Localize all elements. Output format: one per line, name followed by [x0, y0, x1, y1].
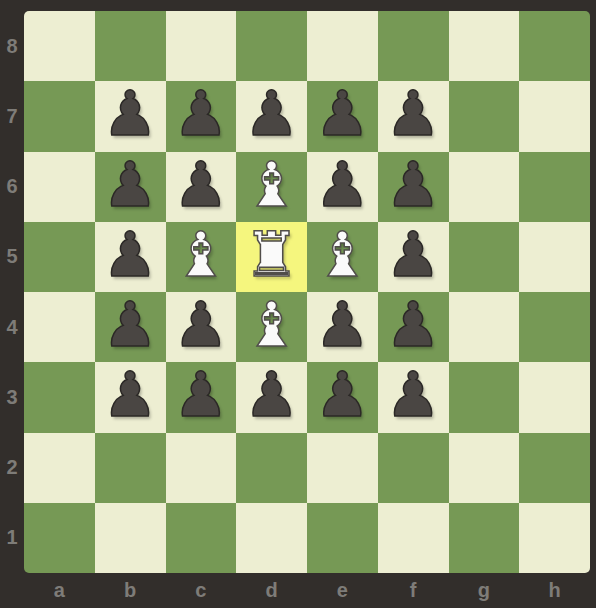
chess-app: 87654321 ♟♟♟♟♟♟♟♝♟♟♟♝♜♝♟♟♟♝♟♟♟♟♟♟♟ abcde… [0, 0, 596, 608]
square-a1[interactable] [24, 503, 95, 573]
piece-black-pawn[interactable]: ♟ [315, 83, 371, 145]
piece-black-pawn[interactable]: ♟ [385, 224, 441, 286]
square-g1[interactable] [449, 503, 520, 573]
square-f7[interactable]: ♟ [378, 81, 449, 151]
rank-label-8: 8 [0, 11, 24, 81]
square-h7[interactable] [519, 81, 590, 151]
square-h8[interactable] [519, 11, 590, 81]
rank-label-1: 1 [0, 503, 24, 573]
square-d7[interactable]: ♟ [236, 81, 307, 151]
square-h3[interactable] [519, 362, 590, 432]
square-a6[interactable] [24, 152, 95, 222]
square-e7[interactable]: ♟ [307, 81, 378, 151]
piece-white-bishop[interactable]: ♝ [244, 154, 300, 216]
rank-label-3: 3 [0, 362, 24, 432]
square-d6[interactable]: ♝ [236, 152, 307, 222]
piece-black-pawn[interactable]: ♟ [315, 154, 371, 216]
square-c2[interactable] [166, 433, 237, 503]
piece-black-pawn[interactable]: ♟ [244, 364, 300, 426]
square-a7[interactable] [24, 81, 95, 151]
square-b8[interactable] [95, 11, 166, 81]
square-d4[interactable]: ♝ [236, 292, 307, 362]
piece-black-pawn[interactable]: ♟ [385, 364, 441, 426]
piece-white-rook[interactable]: ♜ [244, 224, 300, 286]
piece-black-pawn[interactable]: ♟ [385, 83, 441, 145]
piece-black-pawn[interactable]: ♟ [173, 83, 229, 145]
square-c3[interactable]: ♟ [166, 362, 237, 432]
square-e1[interactable] [307, 503, 378, 573]
piece-black-pawn[interactable]: ♟ [173, 294, 229, 356]
square-d1[interactable] [236, 503, 307, 573]
square-g2[interactable] [449, 433, 520, 503]
square-d5[interactable]: ♜ [236, 222, 307, 292]
square-e6[interactable]: ♟ [307, 152, 378, 222]
piece-black-pawn[interactable]: ♟ [102, 364, 158, 426]
square-e4[interactable]: ♟ [307, 292, 378, 362]
piece-black-pawn[interactable]: ♟ [315, 364, 371, 426]
file-label-f: f [378, 573, 449, 608]
piece-white-bishop[interactable]: ♝ [173, 224, 229, 286]
square-h1[interactable] [519, 503, 590, 573]
square-f8[interactable] [378, 11, 449, 81]
square-b6[interactable]: ♟ [95, 152, 166, 222]
piece-black-pawn[interactable]: ♟ [102, 294, 158, 356]
piece-white-bishop[interactable]: ♝ [315, 224, 371, 286]
square-c8[interactable] [166, 11, 237, 81]
square-b4[interactable]: ♟ [95, 292, 166, 362]
square-f1[interactable] [378, 503, 449, 573]
piece-black-pawn[interactable]: ♟ [102, 224, 158, 286]
square-c4[interactable]: ♟ [166, 292, 237, 362]
rank-labels: 87654321 [0, 11, 24, 573]
square-f2[interactable] [378, 433, 449, 503]
piece-black-pawn[interactable]: ♟ [173, 154, 229, 216]
piece-black-pawn[interactable]: ♟ [102, 83, 158, 145]
rank-label-4: 4 [0, 292, 24, 362]
file-label-b: b [95, 573, 166, 608]
file-label-g: g [449, 573, 520, 608]
square-c1[interactable] [166, 503, 237, 573]
square-f5[interactable]: ♟ [378, 222, 449, 292]
square-a2[interactable] [24, 433, 95, 503]
square-c5[interactable]: ♝ [166, 222, 237, 292]
piece-black-pawn[interactable]: ♟ [173, 364, 229, 426]
square-h6[interactable] [519, 152, 590, 222]
piece-black-pawn[interactable]: ♟ [385, 294, 441, 356]
square-a3[interactable] [24, 362, 95, 432]
rank-label-5: 5 [0, 222, 24, 292]
square-h5[interactable] [519, 222, 590, 292]
square-a5[interactable] [24, 222, 95, 292]
rank-label-7: 7 [0, 81, 24, 151]
square-f4[interactable]: ♟ [378, 292, 449, 362]
square-f6[interactable]: ♟ [378, 152, 449, 222]
square-e5[interactable]: ♝ [307, 222, 378, 292]
square-c7[interactable]: ♟ [166, 81, 237, 151]
square-b7[interactable]: ♟ [95, 81, 166, 151]
square-g6[interactable] [449, 152, 520, 222]
square-g5[interactable] [449, 222, 520, 292]
file-label-h: h [519, 573, 590, 608]
square-a8[interactable] [24, 11, 95, 81]
file-label-c: c [166, 573, 237, 608]
square-e2[interactable] [307, 433, 378, 503]
file-label-a: a [24, 573, 95, 608]
rank-label-2: 2 [0, 433, 24, 503]
square-g3[interactable] [449, 362, 520, 432]
piece-black-pawn[interactable]: ♟ [244, 83, 300, 145]
square-d8[interactable] [236, 11, 307, 81]
piece-black-pawn[interactable]: ♟ [385, 154, 441, 216]
piece-black-pawn[interactable]: ♟ [102, 154, 158, 216]
square-b1[interactable] [95, 503, 166, 573]
file-labels: abcdefgh [24, 573, 590, 608]
square-h4[interactable] [519, 292, 590, 362]
file-label-d: d [236, 573, 307, 608]
piece-white-bishop[interactable]: ♝ [244, 294, 300, 356]
square-a4[interactable] [24, 292, 95, 362]
square-d3[interactable]: ♟ [236, 362, 307, 432]
square-f3[interactable]: ♟ [378, 362, 449, 432]
square-g4[interactable] [449, 292, 520, 362]
chess-board: ♟♟♟♟♟♟♟♝♟♟♟♝♜♝♟♟♟♝♟♟♟♟♟♟♟ [24, 11, 590, 573]
square-e3[interactable]: ♟ [307, 362, 378, 432]
square-d2[interactable] [236, 433, 307, 503]
square-g8[interactable] [449, 11, 520, 81]
square-b3[interactable]: ♟ [95, 362, 166, 432]
square-e8[interactable] [307, 11, 378, 81]
file-label-e: e [307, 573, 378, 608]
square-b2[interactable] [95, 433, 166, 503]
square-c6[interactable]: ♟ [166, 152, 237, 222]
square-h2[interactable] [519, 433, 590, 503]
square-g7[interactable] [449, 81, 520, 151]
rank-label-6: 6 [0, 152, 24, 222]
square-b5[interactable]: ♟ [95, 222, 166, 292]
piece-black-pawn[interactable]: ♟ [315, 294, 371, 356]
